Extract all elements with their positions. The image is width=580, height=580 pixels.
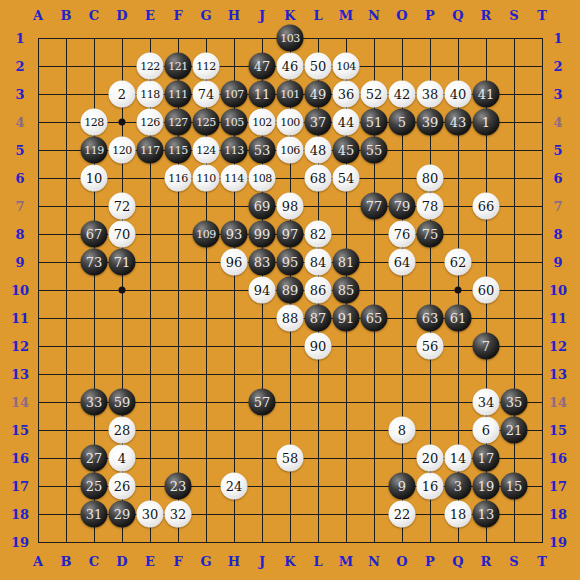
black-stone-N5: 55	[361, 137, 388, 164]
move-number: 36	[338, 88, 355, 101]
black-stone-K3: 101	[277, 81, 304, 108]
row-label-left: 8	[15, 227, 24, 242]
black-stone-K8: 97	[277, 221, 304, 248]
black-stone-J3: 11	[249, 81, 276, 108]
move-number: 122	[140, 61, 160, 72]
move-number: 7	[482, 340, 490, 353]
black-stone-K1: 103	[277, 25, 304, 52]
move-number: 67	[86, 228, 103, 241]
move-number: 29	[114, 508, 131, 521]
row-label-left: 18	[11, 507, 29, 522]
move-number: 32	[170, 508, 187, 521]
move-number: 86	[310, 284, 327, 297]
column-label-top: M	[339, 8, 353, 23]
move-number: 116	[168, 173, 188, 184]
black-stone-M10: 85	[333, 277, 360, 304]
move-number: 125	[196, 117, 216, 128]
white-stone-D8: 70	[109, 221, 136, 248]
black-stone-D14: 59	[109, 389, 136, 416]
black-stone-C9: 73	[81, 249, 108, 276]
white-stone-R7: 66	[473, 193, 500, 220]
move-number: 31	[86, 508, 103, 521]
white-stone-L6: 68	[305, 165, 332, 192]
white-stone-F18: 32	[165, 501, 192, 528]
column-label-bottom: S	[509, 554, 518, 569]
move-number: 75	[422, 228, 439, 241]
white-stone-K7: 98	[277, 193, 304, 220]
black-stone-P4: 39	[417, 109, 444, 136]
row-label-left: 2	[15, 59, 24, 74]
row-label-left: 15	[11, 423, 29, 438]
move-number: 26	[114, 480, 131, 493]
move-number: 54	[338, 172, 355, 185]
column-label-bottom: N	[368, 554, 380, 569]
white-stone-Q16: 14	[445, 445, 472, 472]
move-number: 4	[118, 452, 126, 465]
white-stone-D5: 120	[109, 137, 136, 164]
black-stone-N7: 77	[361, 193, 388, 220]
move-number: 72	[114, 200, 131, 213]
black-stone-M5: 45	[333, 137, 360, 164]
row-label-right: 14	[549, 395, 567, 410]
move-number: 93	[226, 228, 243, 241]
move-number: 74	[198, 88, 215, 101]
move-number: 127	[168, 117, 188, 128]
black-stone-S15: 21	[501, 417, 528, 444]
move-number: 99	[254, 228, 271, 241]
column-label-top: N	[368, 8, 380, 23]
move-number: 38	[422, 88, 439, 101]
column-label-top: T	[537, 8, 547, 23]
black-stone-N11: 65	[361, 305, 388, 332]
move-number: 2	[118, 88, 126, 101]
row-label-right: 15	[549, 423, 567, 438]
column-label-top: O	[396, 8, 407, 23]
move-number: 9	[398, 480, 406, 493]
white-stone-Q3: 40	[445, 81, 472, 108]
move-number: 30	[142, 508, 159, 521]
move-number: 109	[196, 229, 216, 240]
black-stone-D9: 71	[109, 249, 136, 276]
black-stone-R12: 7	[473, 333, 500, 360]
column-label-bottom: L	[313, 554, 322, 569]
row-label-left: 19	[11, 535, 29, 550]
row-label-right: 5	[553, 143, 562, 158]
row-label-right: 9	[553, 255, 562, 270]
column-label-top: H	[228, 8, 240, 23]
black-stone-P8: 75	[417, 221, 444, 248]
column-label-bottom: H	[228, 554, 240, 569]
move-number: 118	[140, 89, 160, 100]
white-stone-Q18: 18	[445, 501, 472, 528]
move-number: 60	[478, 284, 495, 297]
black-stone-C5: 119	[81, 137, 108, 164]
move-number: 126	[140, 117, 160, 128]
row-label-left: 3	[15, 87, 24, 102]
column-label-bottom: T	[537, 554, 547, 569]
black-stone-F3: 111	[165, 81, 192, 108]
move-number: 107	[224, 89, 244, 100]
move-number: 91	[338, 312, 355, 325]
move-number: 21	[506, 424, 523, 437]
black-stone-H3: 107	[221, 81, 248, 108]
black-stone-F2: 121	[165, 53, 192, 80]
black-stone-O17: 9	[389, 473, 416, 500]
white-stone-R15: 6	[473, 417, 500, 444]
black-stone-C17: 25	[81, 473, 108, 500]
column-label-top: D	[116, 8, 127, 23]
move-number: 39	[422, 116, 439, 129]
move-number: 15	[506, 480, 523, 493]
move-number: 124	[196, 145, 216, 156]
move-number: 24	[226, 480, 243, 493]
black-stone-M11: 91	[333, 305, 360, 332]
move-number: 59	[114, 396, 131, 409]
move-number: 114	[224, 173, 244, 184]
move-number: 33	[86, 396, 103, 409]
white-stone-M3: 36	[333, 81, 360, 108]
white-stone-D17: 26	[109, 473, 136, 500]
column-label-top: R	[481, 8, 492, 23]
move-number: 68	[310, 172, 327, 185]
column-label-top: C	[89, 8, 99, 23]
move-number: 13	[478, 508, 495, 521]
white-stone-O18: 22	[389, 501, 416, 528]
move-number: 102	[252, 117, 272, 128]
white-stone-P16: 20	[417, 445, 444, 472]
move-number: 90	[310, 340, 327, 353]
black-stone-J7: 69	[249, 193, 276, 220]
move-number: 17	[478, 452, 495, 465]
white-stone-M4: 44	[333, 109, 360, 136]
white-stone-N3: 52	[361, 81, 388, 108]
move-number: 79	[394, 200, 411, 213]
move-number: 97	[282, 228, 299, 241]
black-stone-C16: 27	[81, 445, 108, 472]
white-stone-K11: 88	[277, 305, 304, 332]
move-number: 18	[450, 508, 467, 521]
column-label-top: A	[33, 8, 43, 23]
white-stone-L5: 48	[305, 137, 332, 164]
move-number: 14	[450, 452, 467, 465]
move-number: 121	[168, 61, 188, 72]
row-label-right: 10	[549, 283, 567, 298]
move-number: 100	[280, 117, 300, 128]
column-label-top: Q	[452, 8, 463, 23]
move-number: 19	[478, 480, 495, 493]
column-label-bottom: J	[259, 554, 265, 569]
black-stone-R18: 13	[473, 501, 500, 528]
black-stone-Q4: 43	[445, 109, 472, 136]
move-number: 87	[310, 312, 327, 325]
row-label-right: 13	[549, 367, 567, 382]
move-number: 53	[254, 144, 271, 157]
move-number: 81	[338, 256, 355, 269]
move-number: 8	[398, 424, 406, 437]
black-stone-L3: 49	[305, 81, 332, 108]
black-stone-J5: 53	[249, 137, 276, 164]
white-stone-K4: 100	[277, 109, 304, 136]
move-number: 55	[366, 144, 383, 157]
white-stone-P6: 80	[417, 165, 444, 192]
move-number: 3	[454, 480, 462, 493]
move-number: 48	[310, 144, 327, 157]
row-label-left: 17	[11, 479, 29, 494]
white-stone-Q9: 62	[445, 249, 472, 276]
column-label-bottom: O	[396, 554, 407, 569]
move-number: 110	[196, 173, 216, 184]
column-label-top: B	[61, 8, 72, 23]
white-stone-C4: 128	[81, 109, 108, 136]
move-number: 101	[280, 89, 300, 100]
white-stone-L2: 50	[305, 53, 332, 80]
column-label-bottom: K	[284, 554, 295, 569]
move-number: 28	[114, 424, 131, 437]
white-stone-M6: 54	[333, 165, 360, 192]
white-stone-L9: 84	[305, 249, 332, 276]
row-label-left: 4	[15, 115, 24, 130]
column-label-top: G	[200, 8, 211, 23]
move-number: 103	[280, 33, 300, 44]
move-number: 96	[226, 256, 243, 269]
white-stone-D16: 4	[109, 445, 136, 472]
row-label-right: 4	[553, 115, 562, 130]
white-stone-R10: 60	[473, 277, 500, 304]
row-label-left: 6	[15, 171, 24, 186]
white-stone-J4: 102	[249, 109, 276, 136]
move-number: 71	[114, 256, 131, 269]
star-point	[119, 287, 126, 294]
move-number: 120	[112, 145, 132, 156]
white-stone-E3: 118	[137, 81, 164, 108]
column-label-top: L	[313, 8, 322, 23]
move-number: 6	[482, 424, 490, 437]
move-number: 51	[366, 116, 383, 129]
black-stone-O7: 79	[389, 193, 416, 220]
row-label-right: 8	[553, 227, 562, 242]
move-number: 69	[254, 200, 271, 213]
move-number: 66	[478, 200, 495, 213]
move-number: 76	[394, 228, 411, 241]
move-number: 115	[168, 145, 188, 156]
row-label-left: 13	[11, 367, 29, 382]
move-number: 47	[254, 60, 271, 73]
move-number: 41	[478, 88, 495, 101]
move-number: 85	[338, 284, 355, 297]
move-number: 35	[506, 396, 523, 409]
move-number: 42	[394, 88, 411, 101]
row-label-left: 11	[11, 311, 29, 326]
move-number: 95	[282, 256, 299, 269]
column-label-bottom: C	[89, 554, 99, 569]
black-stone-S17: 15	[501, 473, 528, 500]
column-label-bottom: F	[173, 554, 182, 569]
row-label-left: 12	[11, 339, 29, 354]
move-number: 22	[394, 508, 411, 521]
row-label-right: 1	[553, 31, 562, 46]
row-label-right: 2	[553, 59, 562, 74]
black-stone-C14: 33	[81, 389, 108, 416]
move-number: 73	[86, 256, 103, 269]
move-number: 20	[422, 452, 439, 465]
black-stone-Q17: 3	[445, 473, 472, 500]
black-stone-C18: 31	[81, 501, 108, 528]
white-stone-H9: 96	[221, 249, 248, 276]
move-number: 27	[86, 452, 103, 465]
black-stone-M9: 81	[333, 249, 360, 276]
black-stone-F5: 115	[165, 137, 192, 164]
move-number: 88	[282, 312, 299, 325]
white-stone-J6: 108	[249, 165, 276, 192]
move-number: 70	[114, 228, 131, 241]
black-stone-L4: 37	[305, 109, 332, 136]
black-stone-J14: 57	[249, 389, 276, 416]
black-stone-R4: 1	[473, 109, 500, 136]
black-stone-G8: 109	[193, 221, 220, 248]
row-label-right: 12	[549, 339, 567, 354]
row-label-right: 18	[549, 507, 567, 522]
white-stone-G2: 112	[193, 53, 220, 80]
white-stone-P17: 16	[417, 473, 444, 500]
column-label-bottom: B	[61, 554, 72, 569]
move-number: 16	[422, 480, 439, 493]
white-stone-G3: 74	[193, 81, 220, 108]
white-stone-E4: 126	[137, 109, 164, 136]
row-label-left: 1	[15, 31, 24, 46]
black-stone-H8: 93	[221, 221, 248, 248]
white-stone-F6: 116	[165, 165, 192, 192]
column-label-top: E	[145, 8, 155, 23]
move-number: 84	[310, 256, 327, 269]
move-number: 46	[282, 60, 299, 73]
white-stone-E18: 30	[137, 501, 164, 528]
move-number: 1	[482, 116, 490, 129]
column-label-top: P	[425, 8, 435, 23]
move-number: 128	[84, 117, 104, 128]
column-label-top: F	[173, 8, 182, 23]
move-number: 25	[86, 480, 103, 493]
move-number: 43	[450, 116, 467, 129]
white-stone-O15: 8	[389, 417, 416, 444]
go-board: AABBCCDDEEFFGGHHJJKKLLMMNNOOPPQQRRSSTT11…	[0, 0, 580, 580]
column-label-bottom: E	[145, 554, 155, 569]
move-number: 34	[478, 396, 495, 409]
white-stone-G6: 110	[193, 165, 220, 192]
black-stone-S14: 35	[501, 389, 528, 416]
white-stone-D3: 2	[109, 81, 136, 108]
move-number: 77	[366, 200, 383, 213]
black-stone-K9: 95	[277, 249, 304, 276]
white-stone-D15: 28	[109, 417, 136, 444]
row-label-right: 19	[549, 535, 567, 550]
row-label-right: 17	[549, 479, 567, 494]
column-label-bottom: D	[116, 554, 127, 569]
white-stone-H6: 114	[221, 165, 248, 192]
move-number: 89	[282, 284, 299, 297]
move-number: 98	[282, 200, 299, 213]
black-stone-O4: 5	[389, 109, 416, 136]
move-number: 105	[224, 117, 244, 128]
move-number: 106	[280, 145, 300, 156]
move-number: 78	[422, 200, 439, 213]
white-stone-O8: 76	[389, 221, 416, 248]
white-stone-R14: 34	[473, 389, 500, 416]
move-number: 63	[422, 312, 439, 325]
row-label-right: 11	[549, 311, 567, 326]
black-stone-F4: 127	[165, 109, 192, 136]
black-stone-H5: 113	[221, 137, 248, 164]
column-label-bottom: M	[339, 554, 353, 569]
move-number: 11	[254, 88, 271, 101]
white-stone-D7: 72	[109, 193, 136, 220]
star-point	[455, 287, 462, 294]
black-stone-E5: 117	[137, 137, 164, 164]
move-number: 45	[338, 144, 355, 157]
move-number: 65	[366, 312, 383, 325]
move-number: 44	[338, 116, 355, 129]
white-stone-K2: 46	[277, 53, 304, 80]
black-stone-J8: 99	[249, 221, 276, 248]
row-label-right: 6	[553, 171, 562, 186]
column-label-top: K	[284, 8, 295, 23]
white-stone-L10: 86	[305, 277, 332, 304]
white-stone-P3: 38	[417, 81, 444, 108]
column-label-bottom: P	[425, 554, 435, 569]
white-stone-O9: 64	[389, 249, 416, 276]
move-number: 64	[394, 256, 411, 269]
row-label-right: 7	[553, 199, 562, 214]
white-stone-L8: 82	[305, 221, 332, 248]
move-number: 10	[86, 172, 103, 185]
black-stone-N4: 51	[361, 109, 388, 136]
white-stone-P7: 78	[417, 193, 444, 220]
white-stone-L12: 90	[305, 333, 332, 360]
column-label-top: S	[509, 8, 518, 23]
black-stone-J2: 47	[249, 53, 276, 80]
move-number: 117	[140, 145, 160, 156]
row-label-right: 16	[549, 451, 567, 466]
column-label-bottom: R	[481, 554, 492, 569]
move-number: 113	[224, 145, 244, 156]
white-stone-G5: 124	[193, 137, 220, 164]
move-number: 37	[310, 116, 327, 129]
black-stone-K10: 89	[277, 277, 304, 304]
white-stone-H17: 24	[221, 473, 248, 500]
black-stone-H4: 105	[221, 109, 248, 136]
black-stone-F17: 23	[165, 473, 192, 500]
row-label-left: 14	[11, 395, 29, 410]
row-label-left: 5	[15, 143, 24, 158]
move-number: 61	[450, 312, 467, 325]
white-stone-P12: 56	[417, 333, 444, 360]
move-number: 108	[252, 173, 272, 184]
column-label-bottom: A	[33, 554, 43, 569]
move-number: 58	[282, 452, 299, 465]
white-stone-C6: 10	[81, 165, 108, 192]
white-stone-J10: 94	[249, 277, 276, 304]
row-label-left: 9	[15, 255, 24, 270]
white-stone-K5: 106	[277, 137, 304, 164]
column-label-top: J	[259, 8, 265, 23]
move-number: 111	[168, 89, 188, 100]
white-stone-K16: 58	[277, 445, 304, 472]
black-stone-Q11: 61	[445, 305, 472, 332]
move-number: 50	[310, 60, 327, 73]
black-stone-C8: 67	[81, 221, 108, 248]
move-number: 119	[84, 145, 104, 156]
move-number: 104	[336, 61, 356, 72]
row-label-right: 3	[553, 87, 562, 102]
